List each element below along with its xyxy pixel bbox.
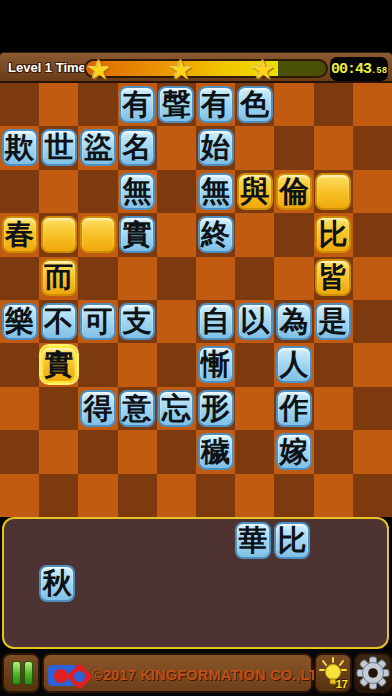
tray-tile[interactable]: 華 — [235, 522, 271, 559]
game-screen: Level 1 Time: ★★★ 00:43.58 有聲有色欺世盜名始無無與倫… — [0, 0, 392, 696]
board-tile: 名 — [119, 129, 155, 166]
board-tile: 忘 — [158, 390, 194, 427]
board-square — [157, 126, 196, 169]
settings-button[interactable] — [354, 653, 392, 693]
tray-tile[interactable]: 比 — [274, 522, 310, 559]
board-tile: 樂 — [2, 303, 38, 340]
board-tile: 為 — [276, 303, 312, 340]
board-square — [353, 300, 392, 343]
board-square — [235, 257, 274, 300]
board-square — [78, 170, 117, 213]
board-tile: 始 — [198, 129, 234, 166]
board-tile[interactable]: 實 — [41, 346, 77, 383]
board-square — [78, 83, 117, 126]
timer-fraction: .58 — [371, 66, 387, 76]
board-square — [235, 474, 274, 517]
level-time-bar: Level 1 Time: ★★★ 00:43.58 — [0, 52, 392, 83]
board-square — [0, 343, 39, 386]
board-square — [39, 387, 78, 430]
time-progress-bar — [84, 59, 328, 78]
board-tile: 可 — [80, 303, 116, 340]
board-tile: 不 — [41, 303, 77, 340]
board-square — [0, 474, 39, 517]
board-tile: 形 — [198, 390, 234, 427]
board-square — [78, 257, 117, 300]
board-square — [0, 387, 39, 430]
board-square — [0, 430, 39, 473]
copyright-text: ©2017 KINGFORMATION CO.,LTD. — [92, 655, 312, 695]
board-square — [353, 126, 392, 169]
board-square — [353, 387, 392, 430]
board-square — [196, 257, 235, 300]
board-tile: 是 — [315, 303, 351, 340]
timer-display: 00:43.58 — [330, 57, 388, 81]
board-square — [157, 430, 196, 473]
board-tile: 無 — [119, 173, 155, 210]
board-square — [274, 83, 313, 126]
board-square — [0, 257, 39, 300]
board-tile: 人 — [276, 346, 312, 383]
board-square — [314, 474, 353, 517]
board-tile: 無 — [198, 173, 234, 210]
timer-main: 00:43 — [331, 61, 371, 78]
board-tile: 欺 — [2, 129, 38, 166]
board-tile: 以 — [237, 303, 273, 340]
star-icon: ★ — [249, 56, 277, 84]
board-square — [118, 257, 157, 300]
hint-button[interactable]: 17 — [314, 653, 352, 693]
board-square — [274, 474, 313, 517]
pause-icon — [12, 661, 21, 685]
board-tile: 穢 — [198, 433, 234, 470]
board-tile: 作 — [276, 390, 312, 427]
board-tile: 色 — [237, 86, 273, 123]
board-square — [78, 474, 117, 517]
status-strip — [0, 0, 392, 52]
empty-slot-tile[interactable] — [80, 216, 116, 253]
board-square — [353, 83, 392, 126]
board-tile: 支 — [119, 303, 155, 340]
board: 有聲有色欺世盜名始無無與倫春實終比而皆樂不可支自以為是實慚人得意忘形作穢嫁 — [0, 83, 392, 517]
board-square — [118, 343, 157, 386]
pause-icon — [24, 661, 33, 685]
pause-button[interactable] — [2, 653, 40, 693]
board-tile: 有 — [119, 86, 155, 123]
board-square — [157, 257, 196, 300]
board-square — [274, 126, 313, 169]
board-square — [235, 213, 274, 256]
empty-slot-tile[interactable] — [41, 216, 77, 253]
board-square — [314, 430, 353, 473]
board-square — [0, 170, 39, 213]
board-square — [157, 170, 196, 213]
board-square — [235, 343, 274, 386]
board-square — [353, 170, 392, 213]
board-square — [353, 343, 392, 386]
board-square — [157, 213, 196, 256]
board-square — [314, 387, 353, 430]
empty-slot-tile[interactable] — [315, 173, 351, 210]
board-square — [39, 170, 78, 213]
board-square — [235, 387, 274, 430]
board-square — [353, 257, 392, 300]
board-square — [157, 300, 196, 343]
letter-tray[interactable]: 華比秋 — [2, 517, 389, 649]
board-square — [196, 474, 235, 517]
board-tile: 意 — [119, 390, 155, 427]
board-square — [39, 430, 78, 473]
copyright-plate: ©2017 KINGFORMATION CO.,LTD. — [42, 653, 313, 693]
board-tile[interactable]: 倫 — [276, 173, 312, 210]
board-tile: 盜 — [80, 129, 116, 166]
board-tile: 自 — [198, 303, 234, 340]
board-tile[interactable]: 而 — [41, 259, 77, 296]
board-square — [118, 474, 157, 517]
board-tile[interactable]: 比 — [315, 216, 351, 253]
board-square — [39, 474, 78, 517]
board-tile[interactable]: 春 — [2, 216, 38, 253]
board-square — [314, 83, 353, 126]
hint-count-badge: 17 — [336, 678, 348, 690]
board-tile: 得 — [80, 390, 116, 427]
board-tile: 實 — [119, 216, 155, 253]
board-square — [353, 430, 392, 473]
board-tile: 聲 — [158, 86, 194, 123]
board-square — [314, 126, 353, 169]
board-square — [39, 83, 78, 126]
board-tile: 嫁 — [276, 433, 312, 470]
tray-tile[interactable]: 秋 — [39, 565, 75, 602]
bottom-bar: ©2017 KINGFORMATION CO.,LTD. 17 — [0, 650, 392, 696]
kingformation-logo — [48, 663, 92, 689]
board-square — [0, 83, 39, 126]
board-square — [274, 213, 313, 256]
board-square — [118, 430, 157, 473]
board-square — [353, 213, 392, 256]
board-tile: 有 — [198, 86, 234, 123]
board-tile: 慚 — [198, 346, 234, 383]
star-icon: ★ — [167, 56, 195, 84]
settings-gear-icon — [356, 656, 390, 690]
board-square — [314, 343, 353, 386]
board-square — [235, 430, 274, 473]
star-icon: ★ — [85, 56, 113, 84]
board-square — [157, 343, 196, 386]
board-square — [78, 343, 117, 386]
board-tile[interactable]: 與 — [237, 173, 273, 210]
board-square — [78, 430, 117, 473]
board-square — [157, 474, 196, 517]
board-tile: 終 — [198, 216, 234, 253]
level-label: Level 1 Time: — [8, 60, 90, 75]
board-square — [235, 126, 274, 169]
board-tile: 世 — [41, 129, 77, 166]
board-square — [274, 257, 313, 300]
board-tile[interactable]: 皆 — [315, 259, 351, 296]
board-square — [353, 474, 392, 517]
